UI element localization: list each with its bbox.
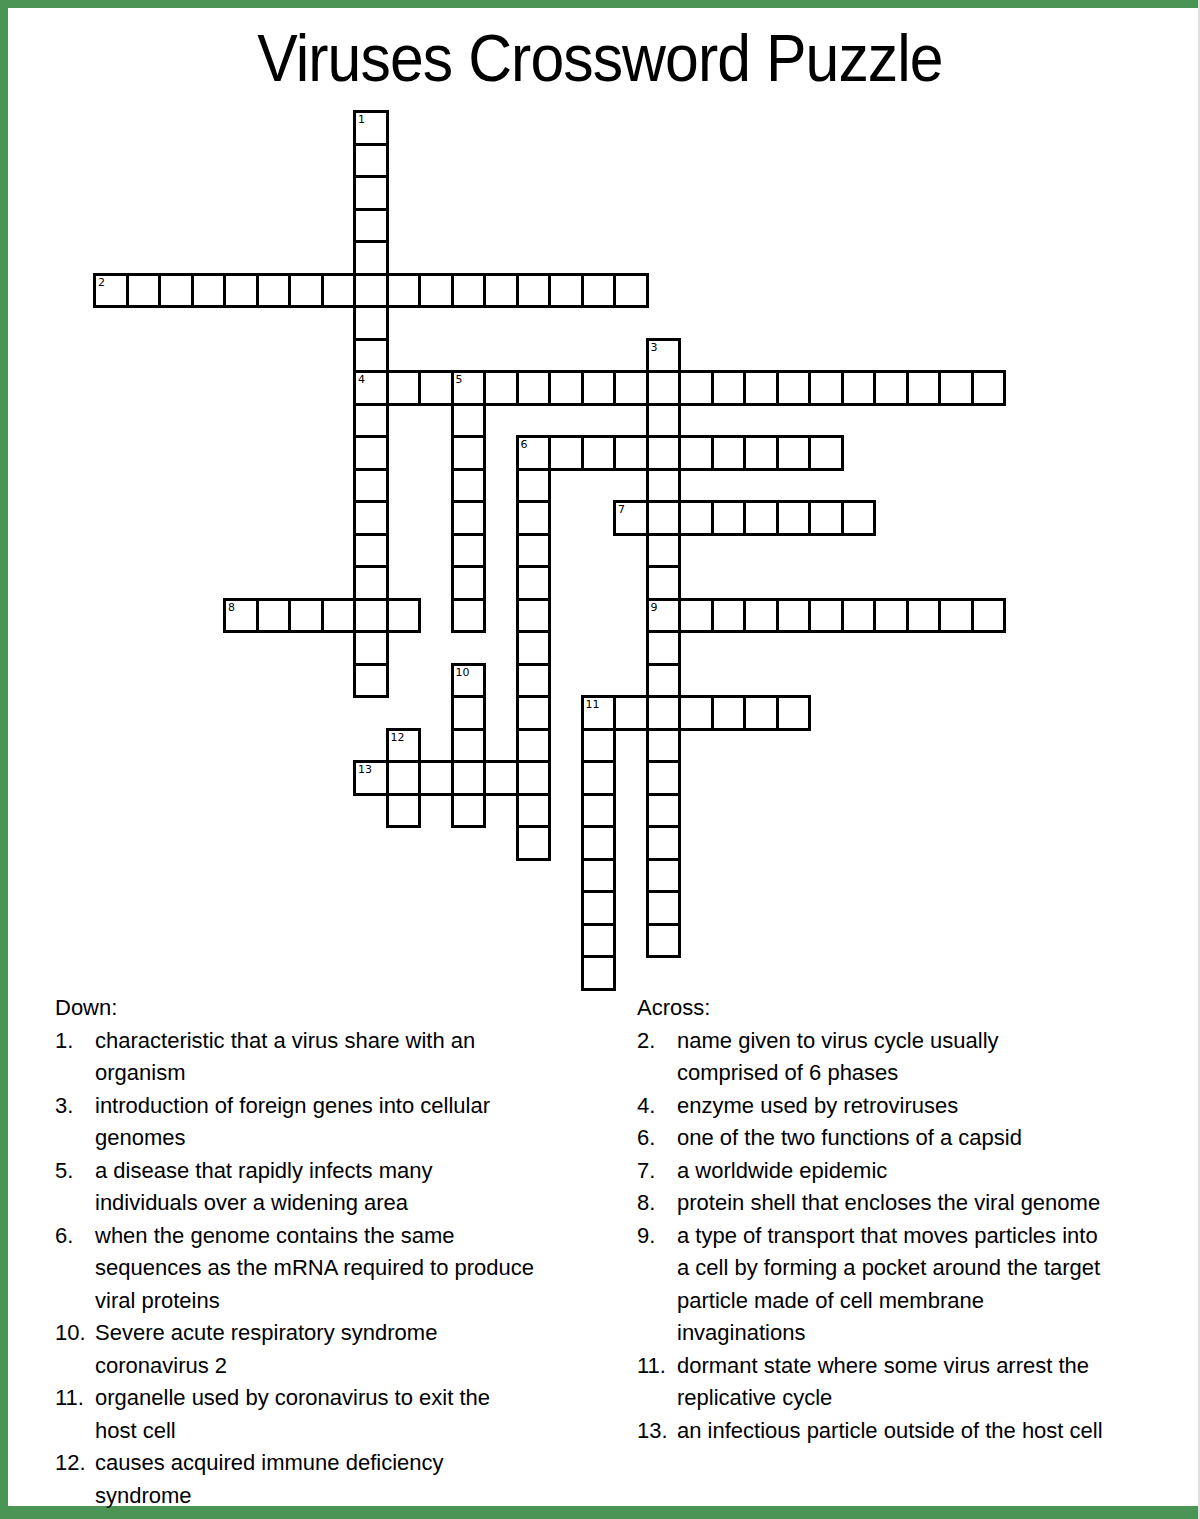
- grid-cell[interactable]: [548, 435, 584, 471]
- grid-cell[interactable]: [126, 273, 162, 309]
- grid-cell[interactable]: [841, 370, 877, 406]
- down-clue-item: 6.when the genome contains the same sequ…: [55, 1220, 603, 1318]
- grid-cell[interactable]: [841, 500, 877, 536]
- clue-text: one of the two functions of a capsid: [677, 1122, 1193, 1155]
- clue-text: an infectious particle outside of the ho…: [677, 1415, 1193, 1448]
- grid-cell[interactable]: [353, 338, 389, 374]
- grid-cell[interactable]: [516, 760, 552, 796]
- grid-cell[interactable]: [711, 435, 747, 471]
- clue-number-label: 7.: [637, 1155, 677, 1188]
- grid-cell[interactable]: [581, 858, 617, 894]
- grid-cell[interactable]: 13: [353, 760, 389, 796]
- crossword-grid: 12345678910111213: [93, 110, 1003, 988]
- grid-cell[interactable]: [516, 468, 552, 504]
- grid-cell[interactable]: [776, 500, 812, 536]
- grid-cell[interactable]: [646, 695, 682, 731]
- grid-cell[interactable]: [386, 793, 422, 829]
- grid-cell[interactable]: [353, 305, 389, 341]
- clue-number-label: 9.: [637, 1220, 677, 1253]
- grid-cell[interactable]: [938, 370, 974, 406]
- clue-text: characteristic that a virus share with a…: [95, 1025, 603, 1090]
- clue-number-label: 11.: [637, 1350, 677, 1383]
- grid-cell[interactable]: [353, 468, 389, 504]
- down-clue-item: 12.causes acquired immune deficiency syn…: [55, 1447, 603, 1512]
- cell-number: 8: [228, 601, 235, 614]
- grid-cell[interactable]: [451, 728, 487, 764]
- clue-text: name given to virus cycle usually compri…: [677, 1025, 1193, 1090]
- grid-cell[interactable]: [581, 370, 617, 406]
- down-clue-item: 11.organelle used by coronavirus to exit…: [55, 1382, 603, 1447]
- grid-cell[interactable]: [516, 598, 552, 634]
- grid-cell[interactable]: [646, 468, 682, 504]
- grid-cell[interactable]: [548, 273, 584, 309]
- grid-cell[interactable]: [678, 500, 714, 536]
- down-clue-item: 3.introduction of foreign genes into cel…: [55, 1090, 603, 1155]
- cell-number: 1: [358, 113, 365, 126]
- grid-cell[interactable]: [353, 533, 389, 569]
- grid-cell[interactable]: [581, 923, 617, 959]
- grid-cell[interactable]: 1: [353, 110, 389, 146]
- down-clue-item: 1.characteristic that a virus share with…: [55, 1025, 603, 1090]
- clue-number-label: 6.: [55, 1220, 95, 1253]
- grid-cell[interactable]: [711, 695, 747, 731]
- grid-cell[interactable]: 9: [646, 598, 682, 634]
- grid-cell[interactable]: [646, 825, 682, 861]
- grid-cell[interactable]: [646, 923, 682, 959]
- grid-cell[interactable]: [353, 403, 389, 439]
- across-clue-item: 7.a worldwide epidemic: [637, 1155, 1193, 1188]
- grid-cell[interactable]: [808, 435, 844, 471]
- grid-cell[interactable]: [386, 273, 422, 309]
- cell-number: 2: [98, 276, 105, 289]
- grid-cell[interactable]: [451, 533, 487, 569]
- grid-cell[interactable]: [646, 728, 682, 764]
- grid-cell[interactable]: 10: [451, 663, 487, 699]
- cell-number: 6: [521, 438, 528, 451]
- cell-number: 9: [651, 601, 658, 614]
- grid-cell[interactable]: [516, 630, 552, 666]
- grid-cell[interactable]: 4: [353, 370, 389, 406]
- across-clues-header: Across:: [637, 992, 1193, 1025]
- grid-cell[interactable]: [711, 370, 747, 406]
- grid-cell[interactable]: [516, 695, 552, 731]
- grid-cell[interactable]: [581, 825, 617, 861]
- grid-cell[interactable]: [256, 273, 292, 309]
- frame-border-top: [0, 0, 1200, 8]
- grid-cell[interactable]: [646, 500, 682, 536]
- grid-cell[interactable]: [808, 598, 844, 634]
- grid-cell[interactable]: [776, 695, 812, 731]
- across-clue-item: 9.a type of transport that moves particl…: [637, 1220, 1193, 1350]
- grid-cell[interactable]: [678, 598, 714, 634]
- grid-cell[interactable]: [743, 370, 779, 406]
- grid-cell[interactable]: [678, 435, 714, 471]
- grid-cell[interactable]: [743, 598, 779, 634]
- grid-cell[interactable]: [223, 273, 259, 309]
- grid-cell[interactable]: [516, 825, 552, 861]
- across-clue-item: 2.name given to virus cycle usually comp…: [637, 1025, 1193, 1090]
- cell-number: 3: [651, 341, 658, 354]
- grid-cell[interactable]: 12: [386, 728, 422, 764]
- grid-cell[interactable]: [451, 500, 487, 536]
- grid-cell[interactable]: [776, 435, 812, 471]
- grid-cell[interactable]: [353, 435, 389, 471]
- grid-cell[interactable]: [451, 273, 487, 309]
- down-clues-list: 1.characteristic that a virus share with…: [55, 1025, 603, 1513]
- cell-number: 13: [358, 763, 372, 776]
- grid-cell[interactable]: [743, 500, 779, 536]
- grid-cell[interactable]: [808, 500, 844, 536]
- grid-cell[interactable]: [516, 663, 552, 699]
- grid-cell[interactable]: [808, 370, 844, 406]
- grid-cell[interactable]: [906, 598, 942, 634]
- grid-cell[interactable]: [451, 565, 487, 601]
- clue-text: a worldwide epidemic: [677, 1155, 1193, 1188]
- grid-cell[interactable]: [873, 370, 909, 406]
- grid-cell[interactable]: [646, 663, 682, 699]
- grid-cell[interactable]: [321, 598, 357, 634]
- grid-cell[interactable]: [711, 598, 747, 634]
- down-clue-item: 5.a disease that rapidly infects many in…: [55, 1155, 603, 1220]
- grid-cell[interactable]: [873, 598, 909, 634]
- grid-cell[interactable]: [613, 370, 649, 406]
- grid-cell[interactable]: [646, 533, 682, 569]
- grid-cell[interactable]: [548, 370, 584, 406]
- grid-cell[interactable]: [288, 273, 324, 309]
- grid-cell[interactable]: [646, 565, 682, 601]
- grid-cell[interactable]: [516, 500, 552, 536]
- grid-cell[interactable]: 5: [451, 370, 487, 406]
- grid-cell[interactable]: [678, 370, 714, 406]
- grid-cell[interactable]: [646, 858, 682, 894]
- grid-cell[interactable]: [678, 695, 714, 731]
- grid-cell[interactable]: [841, 598, 877, 634]
- clue-number-label: 2.: [637, 1025, 677, 1058]
- grid-cell[interactable]: [516, 370, 552, 406]
- puzzle-title: Viruses Crossword Puzzle: [48, 22, 1152, 95]
- across-clue-item: 4.enzyme used by retroviruses: [637, 1090, 1193, 1123]
- grid-cell[interactable]: [353, 175, 389, 211]
- grid-cell[interactable]: [776, 370, 812, 406]
- grid-cell[interactable]: [353, 630, 389, 666]
- grid-cell[interactable]: [516, 533, 552, 569]
- grid-cell[interactable]: [971, 598, 1007, 634]
- grid-cell[interactable]: [418, 273, 454, 309]
- grid-cell[interactable]: 6: [516, 435, 552, 471]
- grid-cell[interactable]: [646, 793, 682, 829]
- across-clues-section: Across: 2.name given to virus cycle usua…: [637, 992, 1193, 1447]
- grid-cell[interactable]: [581, 760, 617, 796]
- grid-cell[interactable]: [646, 370, 682, 406]
- across-clue-item: 11.dormant state where some virus arrest…: [637, 1350, 1193, 1415]
- grid-cell[interactable]: [353, 500, 389, 536]
- grid-cell[interactable]: [743, 435, 779, 471]
- grid-cell[interactable]: [613, 435, 649, 471]
- down-clue-item: 10.Severe acute respiratory syndrome cor…: [55, 1317, 603, 1382]
- grid-cell[interactable]: [418, 370, 454, 406]
- grid-cell[interactable]: [288, 598, 324, 634]
- grid-cell[interactable]: [418, 760, 454, 796]
- grid-cell[interactable]: [613, 273, 649, 309]
- clue-text: a type of transport that moves particles…: [677, 1220, 1193, 1350]
- cell-number: 5: [456, 373, 463, 386]
- clue-text: Severe acute respiratory syndrome corona…: [95, 1317, 603, 1382]
- grid-cell[interactable]: [646, 403, 682, 439]
- grid-cell[interactable]: [353, 663, 389, 699]
- clue-text: dormant state where some virus arrest th…: [677, 1350, 1193, 1415]
- grid-cell[interactable]: [386, 598, 422, 634]
- clue-number-label: 4.: [637, 1090, 677, 1123]
- grid-cell[interactable]: 11: [581, 695, 617, 731]
- grid-cell[interactable]: [971, 370, 1007, 406]
- cell-number: 4: [358, 373, 365, 386]
- grid-cell[interactable]: [776, 598, 812, 634]
- grid-cell[interactable]: 8: [223, 598, 259, 634]
- grid-cell[interactable]: 7: [613, 500, 649, 536]
- across-clues-list: 2.name given to virus cycle usually comp…: [637, 1025, 1193, 1448]
- clue-number-label: 13.: [637, 1415, 677, 1448]
- grid-cell[interactable]: [938, 598, 974, 634]
- grid-cell[interactable]: [483, 273, 519, 309]
- grid-cell[interactable]: [353, 208, 389, 244]
- cell-number: 7: [618, 503, 625, 516]
- grid-cell[interactable]: [581, 728, 617, 764]
- cell-number: 11: [586, 698, 600, 711]
- grid-cell[interactable]: [906, 370, 942, 406]
- grid-cell[interactable]: [321, 273, 357, 309]
- grid-cell[interactable]: [711, 500, 747, 536]
- grid-cell[interactable]: [516, 273, 552, 309]
- grid-cell[interactable]: [483, 760, 519, 796]
- grid-cell[interactable]: [353, 240, 389, 276]
- clue-number-label: 6.: [637, 1122, 677, 1155]
- clue-text: organelle used by coronavirus to exit th…: [95, 1382, 603, 1447]
- grid-cell[interactable]: [353, 143, 389, 179]
- grid-cell[interactable]: [451, 793, 487, 829]
- clue-text: enzyme used by retroviruses: [677, 1090, 1193, 1123]
- clue-number-label: 12.: [55, 1447, 95, 1480]
- clue-number-label: 3.: [55, 1090, 95, 1123]
- grid-cell[interactable]: [353, 565, 389, 601]
- grid-cell[interactable]: [451, 695, 487, 731]
- grid-cell[interactable]: [581, 435, 617, 471]
- clue-number-label: 10.: [55, 1317, 95, 1350]
- grid-cell[interactable]: [353, 273, 389, 309]
- grid-cell[interactable]: [613, 695, 649, 731]
- grid-cell[interactable]: [743, 695, 779, 731]
- clue-text: introduction of foreign genes into cellu…: [95, 1090, 603, 1155]
- grid-cell[interactable]: [581, 793, 617, 829]
- grid-cell[interactable]: [256, 598, 292, 634]
- grid-cell[interactable]: [646, 890, 682, 926]
- grid-cell[interactable]: [451, 598, 487, 634]
- cell-number: 12: [391, 731, 405, 744]
- grid-cell[interactable]: [386, 760, 422, 796]
- grid-cell[interactable]: [516, 793, 552, 829]
- grid-cell[interactable]: [646, 760, 682, 796]
- clue-text: causes acquired immune deficiency syndro…: [95, 1447, 603, 1512]
- grid-cell[interactable]: [581, 273, 617, 309]
- grid-cell[interactable]: 3: [646, 338, 682, 374]
- down-clues-header: Down:: [55, 992, 603, 1025]
- grid-cell[interactable]: [451, 403, 487, 439]
- worksheet-page: Viruses Crossword Puzzle 123456789101112…: [0, 0, 1200, 1519]
- grid-cell[interactable]: [581, 955, 617, 991]
- grid-cell[interactable]: [581, 890, 617, 926]
- clue-text: when the genome contains the same sequen…: [95, 1220, 603, 1318]
- clue-number-label: 5.: [55, 1155, 95, 1188]
- across-clue-item: 8.protein shell that encloses the viral …: [637, 1187, 1193, 1220]
- grid-cell[interactable]: [516, 565, 552, 601]
- across-clue-item: 13.an infectious particle outside of the…: [637, 1415, 1193, 1448]
- down-clues-section: Down: 1.characteristic that a virus shar…: [55, 992, 603, 1512]
- clue-number-label: 1.: [55, 1025, 95, 1058]
- clue-text: protein shell that encloses the viral ge…: [677, 1187, 1193, 1220]
- grid-cell[interactable]: [451, 760, 487, 796]
- grid-cell[interactable]: 2: [93, 273, 129, 309]
- cell-number: 10: [456, 666, 470, 679]
- clue-number-label: 8.: [637, 1187, 677, 1220]
- across-clue-item: 6.one of the two functions of a capsid: [637, 1122, 1193, 1155]
- clue-text: a disease that rapidly infects many indi…: [95, 1155, 603, 1220]
- grid-cell[interactable]: [386, 370, 422, 406]
- grid-cell[interactable]: [451, 435, 487, 471]
- grid-cell[interactable]: [646, 630, 682, 666]
- grid-cell[interactable]: [191, 273, 227, 309]
- grid-cell[interactable]: [516, 728, 552, 764]
- frame-border-left: [0, 0, 8, 1519]
- grid-cell[interactable]: [158, 273, 194, 309]
- grid-cell[interactable]: [483, 370, 519, 406]
- grid-cell[interactable]: [646, 435, 682, 471]
- grid-cell[interactable]: [451, 468, 487, 504]
- clue-number-label: 11.: [55, 1382, 95, 1415]
- grid-cell[interactable]: [353, 598, 389, 634]
